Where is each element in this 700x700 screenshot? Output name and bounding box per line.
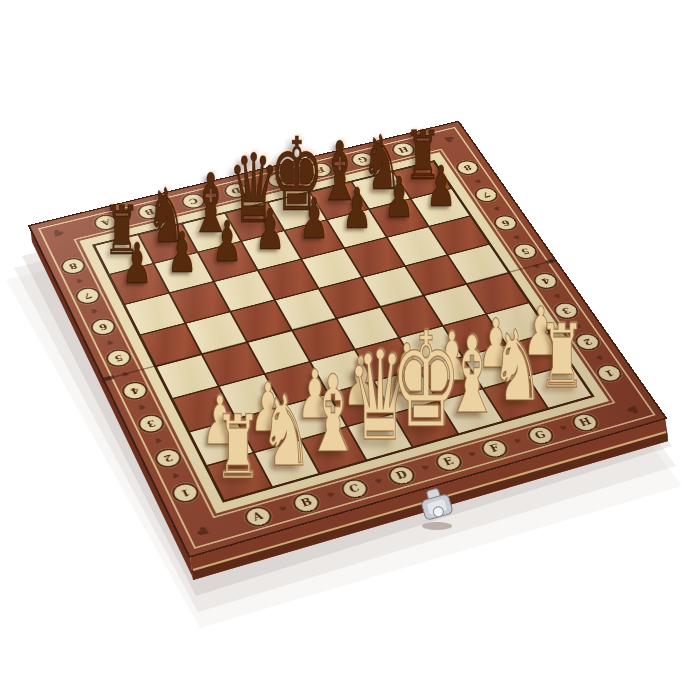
piece-white-pawn-d2: ♟ <box>340 348 381 416</box>
piece-white-pawn-h2: ♟ <box>520 298 561 366</box>
piece-black-pawn-f7: ♟ <box>340 181 374 237</box>
piece-black-bishop-f8: ♝ <box>315 131 364 213</box>
piece-black-pawn-g7: ♟ <box>383 170 417 226</box>
chess-set-photo: AA11♥♥♥♥BB22♥♥♥♥CC33♥♥♥♥DD44♥♥♥♥EE55♥♥♥♥… <box>0 0 700 700</box>
piece-white-queen-d1: ♛ <box>343 334 417 458</box>
piece-white-rook-h1: ♜ <box>535 313 588 401</box>
piece-white-king-e1: ♚ <box>387 314 466 446</box>
piece-black-rook-h8: ♜ <box>403 122 444 190</box>
piece-black-queen-d8: ♛ <box>225 141 282 236</box>
piece-white-pawn-b2: ♟ <box>247 374 288 442</box>
piece-white-knight-b1: ♞ <box>257 382 316 480</box>
piece-black-pawn-d7: ♟ <box>254 202 288 258</box>
piece-white-pawn-c2: ♟ <box>294 361 335 429</box>
piece-black-pawn-h7: ♟ <box>425 159 459 215</box>
piece-white-pawn-e2: ♟ <box>386 335 427 403</box>
piece-black-pawn-c7: ♟ <box>210 214 244 270</box>
piece-white-rook-a1: ♜ <box>212 404 265 492</box>
pieces-layer: ♜♞♝♛♚♝♞♜♟♟♟♟♟♟♟♟♟♟♟♟♟♟♟♟♜♞♝♛♚♝♞♜ <box>0 0 700 700</box>
piece-white-bishop-f1: ♝ <box>440 323 504 429</box>
piece-black-bishop-c8: ♝ <box>186 163 235 245</box>
piece-black-knight-b8: ♞ <box>144 179 189 254</box>
piece-black-pawn-e7: ♟ <box>297 191 331 247</box>
piece-black-pawn-b7: ♟ <box>165 225 199 281</box>
piece-black-king-e8: ♚ <box>266 125 327 227</box>
piece-white-bishop-c1: ♝ <box>302 362 366 468</box>
piece-white-pawn-a2: ♟ <box>200 387 241 455</box>
piece-white-knight-g1: ♞ <box>488 317 547 415</box>
piece-black-rook-a8: ♜ <box>102 197 143 265</box>
piece-black-knight-g8: ♞ <box>359 126 404 201</box>
piece-black-pawn-a7: ♟ <box>120 236 154 292</box>
piece-white-pawn-f2: ♟ <box>431 323 472 391</box>
piece-white-pawn-g2: ♟ <box>476 310 517 378</box>
